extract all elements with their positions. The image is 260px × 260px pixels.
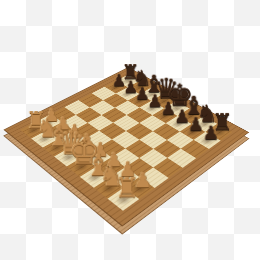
chess-board: ♜♞♝♛♚♝♞♜♟♟♟♟♟♟♟♟♟♟♟♟♟♟♟♟♜♞♝♛♚♝♞♜ (3, 67, 249, 227)
piece-glyph: ♜ (99, 175, 154, 202)
transparent-canvas: ♜♞♝♛♚♝♞♜♟♟♟♟♟♟♟♟♟♟♟♟♟♟♟♟♜♞♝♛♚♝♞♜ (0, 0, 260, 260)
chess-scene: ♜♞♝♛♚♝♞♜♟♟♟♟♟♟♟♟♟♟♟♟♟♟♟♟♜♞♝♛♚♝♞♜ (0, 0, 260, 260)
piece-glyph: ♟ (187, 124, 235, 143)
